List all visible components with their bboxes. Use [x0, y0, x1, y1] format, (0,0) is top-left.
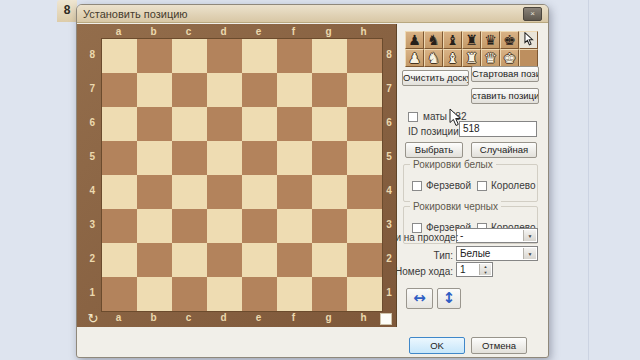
square-a2[interactable]	[102, 243, 137, 277]
square-e1[interactable]	[242, 277, 277, 311]
rank-label: 7	[77, 72, 101, 106]
file-labels-top: abcdefgh	[101, 24, 381, 38]
square-h1[interactable]	[347, 277, 382, 311]
square-b5[interactable]	[137, 141, 172, 175]
square-a6[interactable]	[102, 107, 137, 141]
rotate-board-icon[interactable]: ↻	[84, 310, 102, 327]
square-d6[interactable]	[207, 107, 242, 141]
mouse-pointer-icon	[449, 108, 462, 127]
black-pawn-icon: ♟	[406, 32, 423, 49]
square-g2[interactable]	[312, 243, 347, 277]
black-pawn-button[interactable]: ♟	[405, 31, 424, 49]
square-a3[interactable]	[102, 209, 137, 243]
rank-label: 1	[77, 276, 101, 310]
square-f8[interactable]	[277, 39, 312, 73]
file-label: f	[276, 310, 311, 327]
desktop: 8 Установить позицию × abcdefgh 87654321…	[0, 0, 640, 360]
square-f5[interactable]	[277, 141, 312, 175]
palette-row-white: ♟♞♝♜♛♚	[405, 49, 538, 67]
white-queen-button[interactable]: ♛	[481, 49, 500, 67]
white-knight-icon: ♞	[425, 50, 442, 67]
white-pawn-button[interactable]: ♟	[405, 49, 424, 67]
square-f3[interactable]	[277, 209, 312, 243]
square-h4[interactable]	[347, 175, 382, 209]
square-b3[interactable]	[137, 209, 172, 243]
vertical-arrow-icon: ↕	[443, 289, 456, 307]
chevron-down-icon[interactable]: ▼	[523, 248, 536, 259]
white-queen-icon: ♛	[482, 50, 499, 67]
square-a7[interactable]	[102, 73, 137, 107]
square-c5[interactable]	[172, 141, 207, 175]
square-e8[interactable]	[242, 39, 277, 73]
castling-white-title: Рокировки белых	[410, 159, 496, 170]
square-f7[interactable]	[277, 73, 312, 107]
square-h3[interactable]	[347, 209, 382, 243]
horizontal-arrow-icon: ↔	[413, 289, 426, 307]
castling-black-title: Рокировки черных	[410, 201, 501, 212]
rank-label: 2	[381, 242, 397, 276]
board-grid[interactable]	[101, 38, 383, 312]
rank-label: 8	[77, 38, 101, 72]
flip-horizontal-button[interactable]: ↔	[406, 288, 433, 309]
square-c4[interactable]	[172, 175, 207, 209]
ok-button[interactable]: OK	[409, 337, 465, 354]
black-queen-icon: ♛	[482, 32, 499, 49]
white-kingside-checkbox[interactable]	[477, 181, 487, 191]
rank-label: 5	[381, 140, 397, 174]
rank-label: 8	[381, 38, 397, 72]
file-label: a	[101, 310, 136, 327]
file-label: a	[101, 24, 136, 39]
cancel-button[interactable]: Отмена	[471, 337, 527, 354]
setup-position-dialog: Установить позицию × abcdefgh 87654321 8…	[76, 4, 549, 358]
square-b8[interactable]	[137, 39, 172, 73]
square-e3[interactable]	[242, 209, 277, 243]
square-d5[interactable]	[207, 141, 242, 175]
square-g1[interactable]	[312, 277, 347, 311]
square-c3[interactable]	[172, 209, 207, 243]
position-id-input[interactable]: 518	[459, 121, 537, 137]
close-button[interactable]: ×	[523, 7, 542, 21]
square-g3[interactable]	[312, 209, 347, 243]
square-c8[interactable]	[172, 39, 207, 73]
rank-label: 4	[381, 174, 397, 208]
castling-white-group: Рокировки белых Ферзевой Королево	[403, 164, 538, 202]
file-label: f	[276, 24, 311, 39]
square-f2[interactable]	[277, 243, 312, 277]
white-rook-button[interactable]: ♜	[462, 49, 481, 67]
background-divider	[588, 0, 589, 360]
white-kingside-label: Королево	[491, 180, 535, 191]
file-label: d	[206, 24, 241, 39]
black-king-button[interactable]: ♚	[500, 31, 519, 49]
rank-label: 6	[381, 106, 397, 140]
position-id-label: ID позиции	[408, 126, 459, 137]
square-d8[interactable]	[207, 39, 242, 73]
square-e6[interactable]	[242, 107, 277, 141]
background-window-rank-label: 8	[57, 0, 77, 22]
file-labels-bottom: abcdefgh	[101, 310, 381, 327]
chevron-down-icon[interactable]: ▼	[523, 230, 536, 241]
rank-label: 1	[381, 276, 397, 310]
white-bishop-icon: ♝	[444, 50, 461, 67]
en-passant-value: -	[460, 230, 463, 241]
move-number-value: 1	[460, 264, 466, 275]
square-b4[interactable]	[137, 175, 172, 209]
file-label: b	[136, 310, 171, 327]
palette-row-black: ♟♞♝♜♛♚	[405, 31, 538, 49]
file-label: g	[311, 310, 346, 327]
type-label: Тип:	[417, 250, 453, 261]
square-b7[interactable]	[137, 73, 172, 107]
square-a1[interactable]	[102, 277, 137, 311]
square-a4[interactable]	[102, 175, 137, 209]
square-h8[interactable]	[347, 39, 382, 73]
white-rook-icon: ♜	[463, 50, 480, 67]
square-c2[interactable]	[172, 243, 207, 277]
square-h6[interactable]	[347, 107, 382, 141]
rank-label: 2	[77, 242, 101, 276]
dialog-title: Установить позицию	[83, 8, 188, 20]
white-pawn-icon: ♟	[406, 50, 423, 67]
rank-label: 3	[77, 208, 101, 242]
square-d3[interactable]	[207, 209, 242, 243]
black-knight-button[interactable]: ♞	[424, 31, 443, 49]
black-knight-icon: ♞	[425, 32, 442, 49]
file-label: e	[241, 24, 276, 39]
square-g8[interactable]	[312, 39, 347, 73]
white-knight-button[interactable]: ♞	[424, 49, 443, 67]
rank-labels-left: 87654321	[77, 38, 101, 310]
flip-vertical-button[interactable]: ↕	[437, 288, 461, 309]
white-king-icon: ♚	[501, 50, 518, 67]
square-c6[interactable]	[172, 107, 207, 141]
black-king-icon: ♚	[501, 32, 518, 49]
square-h7[interactable]	[347, 73, 382, 107]
square-b1[interactable]	[137, 277, 172, 311]
start-position-button[interactable]: Стартовая позиц	[471, 66, 539, 82]
type-value: Белые	[460, 248, 490, 259]
square-a8[interactable]	[102, 39, 137, 73]
place-position-button[interactable]: ставить позици	[471, 88, 539, 104]
square-g7[interactable]	[312, 73, 347, 107]
square-h5[interactable]	[347, 141, 382, 175]
square-g6[interactable]	[312, 107, 347, 141]
square-c1[interactable]	[172, 277, 207, 311]
black-bishop-icon: ♝	[444, 32, 461, 49]
side-to-move-marker	[380, 313, 392, 325]
black-queen-button[interactable]: ♛	[481, 31, 500, 49]
rank-label: 7	[381, 72, 397, 106]
black-rook-button[interactable]: ♜	[462, 31, 481, 49]
square-f1[interactable]	[277, 277, 312, 311]
dialog-titlebar[interactable]: Установить позицию ×	[77, 5, 548, 23]
square-b2[interactable]	[137, 243, 172, 277]
white-bishop-button[interactable]: ♝	[443, 49, 462, 67]
square-g5[interactable]	[312, 141, 347, 175]
square-d7[interactable]	[207, 73, 242, 107]
square-e5[interactable]	[242, 141, 277, 175]
white-king-button[interactable]: ♚	[500, 49, 519, 67]
square-e7[interactable]	[242, 73, 277, 107]
rank-label: 6	[77, 106, 101, 140]
move-number-spinner[interactable]: 1 ▲▼	[456, 262, 493, 277]
file-label: h	[346, 24, 381, 39]
file-label: h	[346, 310, 381, 327]
rank-label: 3	[381, 208, 397, 242]
square-d4[interactable]	[207, 175, 242, 209]
square-d2[interactable]	[207, 243, 242, 277]
square-h2[interactable]	[347, 243, 382, 277]
black-bishop-button[interactable]: ♝	[443, 31, 462, 49]
choose-button[interactable]: Выбрать	[405, 142, 463, 158]
white-queenside-checkbox[interactable]	[412, 181, 422, 191]
square-f6[interactable]	[277, 107, 312, 141]
square-g4[interactable]	[312, 175, 347, 209]
square-f4[interactable]	[277, 175, 312, 209]
white-queenside-label: Ферзевой	[426, 180, 471, 191]
square-a5[interactable]	[102, 141, 137, 175]
black-rook-icon: ♜	[463, 32, 480, 49]
square-d1[interactable]	[207, 277, 242, 311]
rank-label: 5	[77, 140, 101, 174]
file-label: g	[311, 24, 346, 39]
clear-board-button[interactable]: Очистить доску	[402, 70, 469, 86]
square-b6[interactable]	[137, 107, 172, 141]
type-dropdown[interactable]: Белые ▼	[456, 246, 538, 261]
square-e4[interactable]	[242, 175, 277, 209]
square-c7[interactable]	[172, 73, 207, 107]
mates-checkbox[interactable]	[408, 112, 418, 122]
random-button[interactable]: Случайная	[471, 142, 537, 158]
select-cursor-button[interactable]	[519, 31, 538, 49]
file-label: d	[206, 310, 241, 327]
file-label: c	[171, 310, 206, 327]
dialog-body: abcdefgh 87654321 87654321 abcdefgh ↻ ♟♞…	[77, 24, 548, 356]
file-label: c	[171, 24, 206, 39]
chess-board: abcdefgh 87654321 87654321 abcdefgh ↻	[77, 24, 397, 327]
en-passant-dropdown[interactable]: - ▼	[456, 228, 538, 243]
spinner-arrows-icon[interactable]: ▲▼	[479, 264, 491, 275]
erase-square-button[interactable]	[519, 49, 538, 67]
rank-label: 4	[77, 174, 101, 208]
rank-labels-right: 87654321	[381, 38, 397, 310]
square-e2[interactable]	[242, 243, 277, 277]
file-label: b	[136, 24, 171, 39]
file-label: e	[241, 310, 276, 327]
